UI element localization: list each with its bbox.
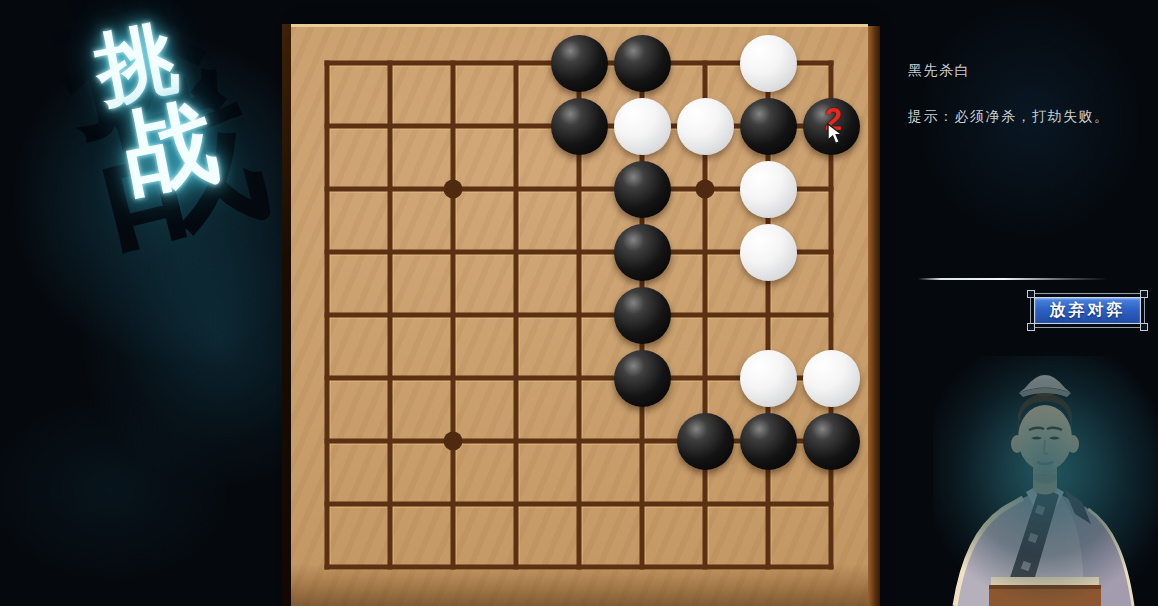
white-stone[interactable] [614,98,671,155]
portrait-background [933,356,1158,606]
puzzle-hint: 提示：必须净杀，打劫失败。 [908,108,1110,126]
ink-smoke [0,360,280,606]
star-point [696,180,715,199]
star-point [444,180,463,199]
black-stone[interactable] [740,413,797,470]
black-stone[interactable] [614,350,671,407]
divider-line [918,278,1108,280]
white-stone[interactable] [740,350,797,407]
ink-smoke [880,0,1158,280]
white-stone[interactable] [677,98,734,155]
black-stone[interactable] [551,35,608,92]
star-point [444,432,463,451]
button-corner-ornament [1027,323,1035,331]
button-corner-ornament [1140,290,1148,298]
calligraphy-char: 战 [116,94,224,202]
surrender-button[interactable]: 放弃对弈 [1030,293,1145,328]
black-stone[interactable] [677,413,734,470]
black-stone[interactable] [803,413,860,470]
white-stone[interactable] [803,350,860,407]
black-stone[interactable] [614,287,671,344]
white-stone[interactable] [740,35,797,92]
play-area[interactable]: 2 [327,63,831,567]
black-stone[interactable] [551,98,608,155]
board-left-edge [282,24,291,606]
challenge-calligraphy: 挑 战 挑 战 [30,0,290,320]
black-stone[interactable] [614,161,671,218]
go-board: 2 [282,24,880,606]
black-stone[interactable] [614,224,671,281]
button-corner-ornament [1140,323,1148,331]
surrender-button-face: 放弃对弈 [1034,297,1141,324]
black-stone[interactable]: 2 [803,98,860,155]
white-stone[interactable] [740,224,797,281]
puzzle-objective: 黑先杀白 [908,62,970,80]
black-stone[interactable] [740,98,797,155]
move-number-marker: 2 [805,92,862,149]
board-right-edge [868,26,880,606]
surrender-button-label: 放弃对弈 [1050,300,1126,321]
white-stone[interactable] [740,161,797,218]
opponent-portrait [933,356,1158,606]
black-stone[interactable] [614,35,671,92]
